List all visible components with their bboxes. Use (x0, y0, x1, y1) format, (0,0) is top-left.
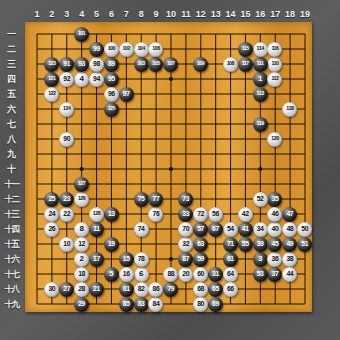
stone-white-move-106: 106 (148, 42, 163, 57)
stone-black-move-53: 53 (253, 267, 268, 282)
stone-black-move-109: 109 (193, 57, 208, 72)
intersection-kn: 70 (178, 222, 193, 237)
intersection-be: 122 (44, 87, 59, 102)
intersection-ec: 98 (89, 57, 104, 72)
intersection-so: 51 (297, 237, 312, 252)
intersection-po: 39 (253, 237, 268, 252)
intersection-gp: 15 (119, 252, 134, 267)
intersection-jc: 107 (163, 57, 178, 72)
intersection-fm: 13 (104, 207, 119, 222)
intersection-ib: 106 (149, 42, 164, 57)
stone-white-move-10: 10 (59, 237, 74, 252)
stone-white-move-68: 68 (193, 282, 208, 297)
row-label-3: 三 (0, 58, 23, 70)
intersection-eb: 99 (89, 42, 104, 57)
intersection-cf: 124 (59, 102, 74, 117)
stone-white-move-4: 4 (74, 72, 89, 87)
stone-white-move-8: 8 (74, 222, 89, 237)
row-label-18: 十八 (0, 283, 23, 295)
stone-white-move-24: 24 (44, 207, 59, 222)
stone-black-move-67: 67 (208, 222, 223, 237)
row-label-11: 十一 (0, 178, 23, 190)
stone-black-move-19: 19 (104, 237, 119, 252)
stone-black-move-103: 103 (134, 57, 149, 72)
stone-black-move-119: 119 (253, 117, 268, 132)
intersection-nc: 108 (223, 57, 238, 72)
stone-black-move-3: 3 (253, 252, 268, 267)
stone-black-move-79: 79 (163, 282, 178, 297)
intersection-gq: 16 (119, 267, 134, 282)
intersection-en: 11 (89, 222, 104, 237)
intersection-mr: 65 (208, 282, 223, 297)
stone-black-move-35: 35 (267, 192, 282, 207)
stone-white-move-34: 34 (253, 222, 268, 237)
intersection-bn: 26 (44, 222, 59, 237)
intersection-fc: 89 (104, 57, 119, 72)
intersection-hq: 6 (134, 267, 149, 282)
stone-white-move-92: 92 (59, 72, 74, 87)
intersection-rm: 47 (282, 207, 297, 222)
intersection-sn: 50 (297, 222, 312, 237)
intersection-il: 77 (149, 192, 164, 207)
stone-white-move-110: 110 (267, 57, 282, 72)
stone-black-move-71: 71 (223, 237, 238, 252)
intersection-hl: 75 (134, 192, 149, 207)
stone-white-move-112: 112 (267, 72, 282, 87)
intersection-ql: 35 (268, 192, 283, 207)
stone-white-move-120: 120 (267, 132, 282, 147)
intersection-hr: 82 (134, 282, 149, 297)
column-label-3: 3 (59, 8, 75, 20)
stone-black-move-123: 123 (44, 57, 59, 72)
stone-black-move-31: 31 (208, 267, 223, 282)
intersection-gb: 102 (119, 42, 134, 57)
stone-white-move-26: 26 (44, 222, 59, 237)
stone-black-move-57: 57 (193, 222, 208, 237)
intersection-hb: 104 (134, 42, 149, 57)
intersection-np: 61 (223, 252, 238, 267)
stone-white-move-46: 46 (267, 207, 282, 222)
intersection-co: 10 (59, 237, 74, 252)
stone-black-move-81: 81 (119, 282, 134, 297)
row-label-16: 十六 (0, 253, 23, 265)
intersection-qn: 40 (268, 222, 283, 237)
stone-white-move-94: 94 (89, 72, 104, 87)
stone-black-move-55: 55 (238, 237, 253, 252)
stone-black-move-105: 105 (148, 57, 163, 72)
stone-white-move-122: 122 (44, 87, 59, 102)
stone-white-move-98: 98 (89, 57, 104, 72)
stone-white-move-124: 124 (59, 102, 74, 117)
stone-black-move-61: 61 (223, 252, 238, 267)
stone-black-move-29: 29 (74, 297, 89, 312)
stone-white-move-52: 52 (253, 192, 268, 207)
row-label-17: 十七 (0, 268, 23, 280)
stone-white-move-76: 76 (148, 207, 163, 222)
stone-black-move-15: 15 (119, 252, 134, 267)
intersection-er: 21 (89, 282, 104, 297)
intersection-dl: 126 (74, 192, 89, 207)
intersection-dc: 93 (74, 57, 89, 72)
intersection-oo: 55 (238, 237, 253, 252)
stone-black-move-95: 95 (104, 72, 119, 87)
intersection-ln: 57 (193, 222, 208, 237)
stone-black-move-107: 107 (163, 57, 178, 72)
intersection-br: 30 (44, 282, 59, 297)
stone-black-move-115: 115 (238, 42, 253, 57)
stone-black-move-41: 41 (238, 222, 253, 237)
intersection-qd: 112 (268, 72, 283, 87)
intersection-fd: 95 (104, 72, 119, 87)
intersection-pp: 3 (253, 252, 268, 267)
stone-white-move-44: 44 (282, 267, 297, 282)
column-label-12: 12 (193, 8, 209, 20)
stone-black-move-51: 51 (297, 237, 312, 252)
intersection-lc: 109 (193, 57, 208, 72)
stone-white-move-64: 64 (223, 267, 238, 282)
intersection-ed: 94 (89, 72, 104, 87)
stone-black-move-87: 87 (178, 252, 193, 267)
column-label-15: 15 (237, 8, 253, 20)
stone-black-move-113: 113 (253, 87, 268, 102)
column-label-16: 16 (252, 8, 268, 20)
row-label-5: 五 (0, 88, 23, 100)
stone-white-move-40: 40 (267, 222, 282, 237)
intersection-ro: 49 (282, 237, 297, 252)
intersection-pe: 113 (253, 87, 268, 102)
stone-white-move-118: 118 (282, 102, 297, 117)
intersection-pg: 119 (253, 117, 268, 132)
intersection-bd: 121 (44, 72, 59, 87)
intersection-em: 128 (89, 207, 104, 222)
intersection-ch: 90 (59, 132, 74, 147)
intersection-pq: 53 (253, 267, 268, 282)
stone-white-move-20: 20 (178, 267, 193, 282)
intersection-qo: 45 (268, 237, 283, 252)
intersection-km: 33 (178, 207, 193, 222)
stone-black-move-93: 93 (74, 57, 89, 72)
stone-black-move-63: 63 (193, 237, 208, 252)
stone-black-move-59: 59 (193, 252, 208, 267)
stone-white-move-128: 128 (89, 207, 104, 222)
intersection-cr: 27 (59, 282, 74, 297)
stone-black-move-69: 69 (208, 297, 223, 312)
stone-white-move-70: 70 (178, 222, 193, 237)
intersection-hn: 74 (134, 222, 149, 237)
intersection-lq: 60 (193, 267, 208, 282)
intersection-mn: 67 (208, 222, 223, 237)
stone-white-move-2: 2 (74, 252, 89, 267)
column-label-14: 14 (223, 8, 239, 20)
intersection-no: 71 (223, 237, 238, 252)
intersection-nq: 64 (223, 267, 238, 282)
intersection-on: 41 (238, 222, 253, 237)
stone-black-move-37: 37 (267, 267, 282, 282)
intersection-ic: 105 (149, 57, 164, 72)
stone-black-move-125: 125 (104, 102, 119, 117)
stone-black-move-83: 83 (134, 297, 149, 312)
stone-white-move-84: 84 (148, 297, 163, 312)
stone-black-move-121: 121 (44, 72, 59, 87)
stone-white-move-80: 80 (193, 297, 208, 312)
stone-white-move-100: 100 (104, 42, 119, 57)
row-label-8: 八 (0, 133, 23, 145)
stone-black-move-11: 11 (89, 222, 104, 237)
stone-white-move-50: 50 (297, 222, 312, 237)
stone-black-move-91: 91 (59, 57, 74, 72)
stone-black-move-97: 97 (119, 87, 134, 102)
stone-white-move-28: 28 (74, 282, 89, 297)
intersection-dp: 2 (74, 252, 89, 267)
intersection-lo: 63 (193, 237, 208, 252)
intersection-pd: 1 (253, 72, 268, 87)
intersection-jr: 79 (163, 282, 178, 297)
stone-black-move-101: 101 (74, 27, 89, 42)
row-label-14: 十四 (0, 223, 23, 235)
stone-black-move-49: 49 (282, 237, 297, 252)
intersection-da: 101 (74, 27, 89, 42)
stone-black-move-65: 65 (208, 282, 223, 297)
stone-white-move-6: 6 (134, 267, 149, 282)
intersection-ds: 29 (74, 297, 89, 312)
intersection-ms: 69 (208, 297, 223, 312)
intersection-rq: 44 (282, 267, 297, 282)
intersection-pb: 114 (253, 42, 268, 57)
column-label-11: 11 (178, 8, 194, 20)
intersection-ep: 17 (89, 252, 104, 267)
intersection-pl: 52 (253, 192, 268, 207)
intersection-rp: 38 (282, 252, 297, 267)
intersection-cc: 91 (59, 57, 74, 72)
intersection-lp: 59 (193, 252, 208, 267)
intersection-fo: 19 (104, 237, 119, 252)
stone-black-move-111: 111 (253, 57, 268, 72)
stone-white-move-116: 116 (267, 42, 282, 57)
column-label-2: 2 (44, 8, 60, 20)
stone-white-move-32: 32 (178, 237, 193, 252)
stone-black-move-47: 47 (282, 207, 297, 222)
intersection-nr: 66 (223, 282, 238, 297)
stone-white-move-114: 114 (253, 42, 268, 57)
stone-black-move-89: 89 (104, 57, 119, 72)
intersection-cd: 92 (59, 72, 74, 87)
stone-black-move-27: 27 (59, 282, 74, 297)
stone-black-move-45: 45 (267, 237, 282, 252)
stone-black-move-85: 85 (119, 297, 134, 312)
intersection-gs: 85 (119, 297, 134, 312)
stone-black-move-33: 33 (178, 207, 193, 222)
intersection-rf: 118 (282, 102, 297, 117)
stone-white-move-78: 78 (134, 252, 149, 267)
intersection-pn: 34 (253, 222, 268, 237)
intersection-kp: 87 (178, 252, 193, 267)
intersection-ob: 115 (238, 42, 253, 57)
go-board[interactable]: 1234568101112131516171819202122232425262… (25, 22, 312, 312)
stone-white-move-88: 88 (163, 267, 178, 282)
row-label-19: 十九 (0, 298, 23, 310)
intersection-dd: 4 (74, 72, 89, 87)
row-label-15: 十五 (0, 238, 23, 250)
stone-black-move-73: 73 (178, 192, 193, 207)
intersection-fe: 96 (104, 87, 119, 102)
intersection-qh: 120 (268, 132, 283, 147)
column-label-6: 6 (103, 8, 119, 20)
column-label-19: 19 (297, 8, 313, 20)
column-label-5: 5 (89, 8, 105, 20)
intersection-fq: 5 (104, 267, 119, 282)
stone-black-move-13: 13 (104, 207, 119, 222)
row-label-12: 十二 (0, 193, 23, 205)
intersection-pc: 111 (253, 57, 268, 72)
stone-black-move-77: 77 (148, 192, 163, 207)
stone-black-move-25: 25 (44, 192, 59, 207)
intersection-kl: 73 (178, 192, 193, 207)
row-label-13: 十三 (0, 208, 23, 220)
column-label-7: 7 (118, 8, 134, 20)
stone-white-move-36: 36 (267, 252, 282, 267)
stone-white-move-74: 74 (134, 222, 149, 237)
column-label-18: 18 (282, 8, 298, 20)
intersection-im: 76 (149, 207, 164, 222)
column-label-13: 13 (208, 8, 224, 20)
stone-white-move-108: 108 (223, 57, 238, 72)
stone-black-move-17: 17 (89, 252, 104, 267)
intersection-ge: 97 (119, 87, 134, 102)
intersection-ko: 32 (178, 237, 193, 252)
row-label-6: 六 (0, 103, 23, 115)
column-label-10: 10 (163, 8, 179, 20)
intersection-lm: 72 (193, 207, 208, 222)
stone-white-move-72: 72 (193, 207, 208, 222)
column-label-9: 9 (148, 8, 164, 20)
intersection-qq: 37 (268, 267, 283, 282)
stone-black-move-5: 5 (104, 267, 119, 282)
stone-white-move-90: 90 (59, 132, 74, 147)
intersection-cl: 23 (59, 192, 74, 207)
intersection-bl: 25 (44, 192, 59, 207)
row-label-9: 九 (0, 148, 23, 160)
intersection-cm: 22 (59, 207, 74, 222)
column-label-8: 8 (133, 8, 149, 20)
row-label-4: 四 (0, 73, 23, 85)
stone-white-move-104: 104 (134, 42, 149, 57)
stone-black-move-1: 1 (253, 72, 268, 87)
stone-black-move-99: 99 (89, 42, 104, 57)
intersection-hc: 103 (134, 57, 149, 72)
intersection-do: 12 (74, 237, 89, 252)
intersection-qc: 110 (268, 57, 283, 72)
intersection-ff: 125 (104, 102, 119, 117)
intersection-rn: 48 (282, 222, 297, 237)
stone-white-move-60: 60 (193, 267, 208, 282)
intersection-qp: 36 (268, 252, 283, 267)
stone-black-move-39: 39 (253, 237, 268, 252)
stone-white-move-102: 102 (119, 42, 134, 57)
intersection-bc: 123 (44, 57, 59, 72)
stone-black-move-21: 21 (89, 282, 104, 297)
row-label-1: 一 (0, 28, 23, 40)
column-label-1: 1 (29, 8, 45, 20)
goban-kifu-diagram: 12345678910111213141516171819 一二三四五六七八九十… (0, 0, 340, 340)
stone-white-move-86: 86 (148, 282, 163, 297)
intersection-mq: 31 (208, 267, 223, 282)
stone-white-move-66: 66 (223, 282, 238, 297)
row-label-10: 十 (0, 163, 23, 175)
stone-black-move-23: 23 (59, 192, 74, 207)
intersection-gr: 81 (119, 282, 134, 297)
row-label-2: 二 (0, 43, 23, 55)
stone-white-move-126: 126 (74, 192, 89, 207)
stone-white-move-12: 12 (74, 237, 89, 252)
column-label-17: 17 (267, 8, 283, 20)
stone-white-move-30: 30 (44, 282, 59, 297)
intersection-jq: 88 (163, 267, 178, 282)
stone-white-move-16: 16 (119, 267, 134, 282)
intersection-oc: 117 (238, 57, 253, 72)
stone-black-move-75: 75 (134, 192, 149, 207)
intersection-dq: 18 (74, 267, 89, 282)
intersection-qb: 116 (268, 42, 283, 57)
intersection-dk: 127 (74, 177, 89, 192)
intersection-qm: 46 (268, 207, 283, 222)
intersection-bm: 24 (44, 207, 59, 222)
intersection-om: 42 (238, 207, 253, 222)
intersection-ir: 86 (149, 282, 164, 297)
intersection-kq: 20 (178, 267, 193, 282)
intersection-is: 84 (149, 297, 164, 312)
stone-white-move-42: 42 (238, 207, 253, 222)
row-label-7: 七 (0, 118, 23, 130)
stone-white-move-56: 56 (208, 207, 223, 222)
stone-white-move-96: 96 (104, 87, 119, 102)
intersection-dr: 28 (74, 282, 89, 297)
intersection-lr: 68 (193, 282, 208, 297)
stone-white-move-18: 18 (74, 267, 89, 282)
intersection-dn: 8 (74, 222, 89, 237)
stone-black-move-127: 127 (74, 177, 89, 192)
intersection-mm: 56 (208, 207, 223, 222)
intersection-hs: 83 (134, 297, 149, 312)
column-label-4: 4 (74, 8, 90, 20)
intersection-ls: 80 (193, 297, 208, 312)
intersection-fb: 100 (104, 42, 119, 57)
intersection-hp: 78 (134, 252, 149, 267)
board-intersections: 1234568101112131516171819202122232425262… (30, 27, 313, 312)
stone-white-move-54: 54 (223, 222, 238, 237)
stone-black-move-117: 117 (238, 57, 253, 72)
stone-white-move-82: 82 (134, 282, 149, 297)
intersection-nn: 54 (223, 222, 238, 237)
stone-white-move-22: 22 (59, 207, 74, 222)
stone-white-move-48: 48 (282, 222, 297, 237)
stone-white-move-38: 38 (282, 252, 297, 267)
